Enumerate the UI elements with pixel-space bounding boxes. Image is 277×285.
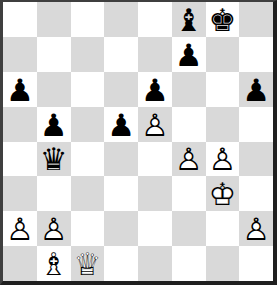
square-g3[interactable]: ♚♔	[206, 176, 240, 211]
square-c1[interactable]: ♛♕	[71, 246, 105, 281]
square-f8[interactable]: ♝	[172, 2, 206, 37]
white-pawn-icon: ♟♙	[141, 110, 169, 141]
square-g1[interactable]	[206, 246, 240, 281]
square-d2[interactable]	[104, 211, 138, 246]
square-d4[interactable]	[104, 142, 138, 177]
square-c8[interactable]	[71, 2, 105, 37]
black-bishop-icon: ♝	[175, 5, 203, 36]
white-pawn-icon: ♟♙	[208, 144, 236, 175]
chess-board: ♝♚♟♟♟♟♟♟♟♙♛♟♙♟♙♚♔♟♙♟♙♟♙♝♗♛♕	[0, 0, 277, 285]
square-c7[interactable]	[71, 37, 105, 72]
white-pawn-icon: ♟♙	[242, 214, 270, 245]
black-pawn-icon: ♟	[40, 110, 68, 141]
square-d3[interactable]	[104, 176, 138, 211]
square-c2[interactable]	[71, 211, 105, 246]
black-pawn-icon: ♟	[141, 75, 169, 106]
chess-diagram: ♝♚♟♟♟♟♟♟♟♙♛♟♙♟♙♚♔♟♙♟♙♟♙♝♗♛♕	[0, 0, 277, 285]
square-a8[interactable]	[3, 2, 37, 37]
square-d5[interactable]: ♟	[104, 107, 138, 142]
square-e8[interactable]	[138, 2, 172, 37]
square-d7[interactable]	[104, 37, 138, 72]
square-b5[interactable]: ♟	[37, 107, 71, 142]
white-pawn-icon: ♟♙	[6, 214, 34, 245]
square-f7[interactable]: ♟	[172, 37, 206, 72]
square-a1[interactable]	[3, 246, 37, 281]
square-e4[interactable]	[138, 142, 172, 177]
square-a7[interactable]	[3, 37, 37, 72]
square-f5[interactable]	[172, 107, 206, 142]
square-e5[interactable]: ♟♙	[138, 107, 172, 142]
square-e7[interactable]	[138, 37, 172, 72]
black-pawn-icon: ♟	[175, 40, 203, 71]
white-bishop-icon: ♝♗	[40, 249, 68, 280]
square-f4[interactable]: ♟♙	[172, 142, 206, 177]
square-a2[interactable]: ♟♙	[3, 211, 37, 246]
square-g4[interactable]: ♟♙	[206, 142, 240, 177]
square-a6[interactable]: ♟	[3, 72, 37, 107]
square-e3[interactable]	[138, 176, 172, 211]
square-g7[interactable]	[206, 37, 240, 72]
black-pawn-icon: ♟	[242, 75, 270, 106]
square-c5[interactable]	[71, 107, 105, 142]
square-e2[interactable]	[138, 211, 172, 246]
black-queen-icon: ♛	[40, 144, 68, 175]
square-f2[interactable]	[172, 211, 206, 246]
black-king-icon: ♚	[208, 5, 236, 36]
black-pawn-icon: ♟	[6, 75, 34, 106]
square-f1[interactable]	[172, 246, 206, 281]
square-d1[interactable]	[104, 246, 138, 281]
white-king-icon: ♚♔	[208, 179, 236, 210]
square-f6[interactable]	[172, 72, 206, 107]
square-b4[interactable]: ♛	[37, 142, 71, 177]
square-e6[interactable]: ♟	[138, 72, 172, 107]
white-pawn-icon: ♟♙	[175, 144, 203, 175]
square-h8[interactable]	[239, 2, 273, 37]
square-c3[interactable]	[71, 176, 105, 211]
square-c6[interactable]	[71, 72, 105, 107]
square-h1[interactable]	[239, 246, 273, 281]
square-g5[interactable]	[206, 107, 240, 142]
square-f3[interactable]	[172, 176, 206, 211]
white-queen-icon: ♛♕	[73, 249, 101, 280]
square-g2[interactable]	[206, 211, 240, 246]
black-pawn-icon: ♟	[107, 110, 135, 141]
square-h7[interactable]	[239, 37, 273, 72]
square-a4[interactable]	[3, 142, 37, 177]
square-d6[interactable]	[104, 72, 138, 107]
square-h2[interactable]: ♟♙	[239, 211, 273, 246]
square-b6[interactable]	[37, 72, 71, 107]
square-a5[interactable]	[3, 107, 37, 142]
white-pawn-icon: ♟♙	[40, 214, 68, 245]
square-h5[interactable]	[239, 107, 273, 142]
square-b7[interactable]	[37, 37, 71, 72]
square-b2[interactable]: ♟♙	[37, 211, 71, 246]
square-g8[interactable]: ♚	[206, 2, 240, 37]
square-h6[interactable]: ♟	[239, 72, 273, 107]
square-e1[interactable]	[138, 246, 172, 281]
square-c4[interactable]	[71, 142, 105, 177]
square-g6[interactable]	[206, 72, 240, 107]
square-b3[interactable]	[37, 176, 71, 211]
square-a3[interactable]	[3, 176, 37, 211]
square-d8[interactable]	[104, 2, 138, 37]
square-b8[interactable]	[37, 2, 71, 37]
square-b1[interactable]: ♝♗	[37, 246, 71, 281]
square-h4[interactable]	[239, 142, 273, 177]
square-h3[interactable]	[239, 176, 273, 211]
